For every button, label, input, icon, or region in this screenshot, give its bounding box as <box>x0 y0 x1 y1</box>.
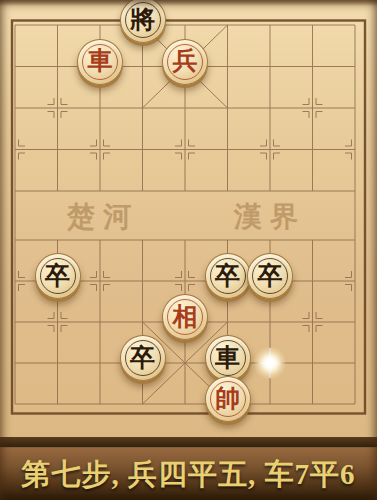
move-banner-text: 第七步, 兵四平五, 车7平6 <box>22 455 356 495</box>
last-move-origin-highlight <box>253 346 287 380</box>
black-chariot[interactable]: 車 <box>205 335 251 381</box>
move-banner: 第七步, 兵四平五, 车7平6 <box>0 447 377 500</box>
black-soldier[interactable]: 卒 <box>35 253 81 299</box>
black-soldier[interactable]: 卒 <box>247 253 293 299</box>
xiangqi-app: 楚河 漢界 將車兵卒卒卒相卒車帥 第七步, 兵四平五, 车7平6 <box>0 0 377 500</box>
piece-glyph: 卒 <box>258 263 283 288</box>
red-general[interactable]: 帥 <box>205 376 251 422</box>
piece-glyph: 將 <box>130 7 155 32</box>
piece-glyph: 兵 <box>173 48 198 73</box>
black-soldier[interactable]: 卒 <box>205 253 251 299</box>
black-general[interactable]: 將 <box>120 0 166 43</box>
piece-glyph: 相 <box>173 304 198 329</box>
board-bottom-edge <box>0 437 377 447</box>
piece-glyph: 車 <box>88 48 113 73</box>
piece-glyph: 卒 <box>130 345 155 370</box>
piece-glyph: 車 <box>215 345 240 370</box>
xiangqi-board[interactable]: 將車兵卒卒卒相卒車帥 <box>0 4 376 425</box>
red-chariot[interactable]: 車 <box>77 39 123 85</box>
red-elephant[interactable]: 相 <box>162 294 208 340</box>
red-soldier[interactable]: 兵 <box>162 39 208 85</box>
piece-glyph: 卒 <box>45 263 70 288</box>
piece-glyph: 卒 <box>215 263 240 288</box>
piece-glyph: 帥 <box>215 386 240 411</box>
black-soldier[interactable]: 卒 <box>120 335 166 381</box>
